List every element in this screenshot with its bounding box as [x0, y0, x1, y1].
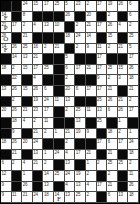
cell-r5c4[interactable]: 16: [33, 44, 44, 55]
cell-r1c9[interactable]: 2: [86, 1, 97, 12]
cell-r1c7[interactable]: 5: [65, 1, 76, 12]
cell-number: 13: [65, 160, 69, 165]
cell-r5c10[interactable]: 11: [97, 44, 108, 55]
cell-number: 23: [33, 107, 37, 112]
cell-r3c2[interactable]: 17: [12, 22, 23, 33]
black-cell-r17c2: [12, 171, 23, 182]
cell-r14c11[interactable]: 6: [107, 139, 118, 150]
cell-r12c4[interactable]: 2: [33, 118, 44, 129]
cell-r8c7[interactable]: 2: [65, 75, 76, 86]
cell-r2c11[interactable]: 2: [107, 12, 118, 23]
cell-number: 15: [23, 65, 27, 70]
cell-number: 6: [108, 139, 110, 144]
cell-number: 21: [33, 160, 37, 165]
cell-number: 21: [33, 129, 37, 134]
cell-number: 18: [65, 33, 69, 38]
black-cell-r3c7: [65, 22, 76, 33]
cell-r5c5[interactable]: 2: [43, 44, 54, 55]
cell-r4c9[interactable]: 14: [86, 33, 97, 44]
cell-number: 9: [97, 75, 99, 80]
cell-number: 2: [12, 65, 14, 70]
cell-number: 21: [12, 150, 16, 155]
cell-number: 26: [12, 86, 16, 91]
black-cell-r17c10: [97, 171, 108, 182]
cell-r1c6[interactable]: 25: [54, 1, 65, 12]
cell-r9c1[interactable]: 13: [1, 86, 12, 97]
cell-r15c2[interactable]: 21: [12, 150, 23, 161]
cell-r19c13[interactable]: 18: [128, 192, 139, 203]
cell-letter: O: [1, 36, 11, 43]
cell-r4c7[interactable]: 18: [65, 33, 76, 44]
cell-number: 16: [33, 44, 37, 49]
cell-r4c11[interactable]: 15: [107, 33, 118, 44]
black-cell-r2c12: [118, 12, 129, 23]
cell-r18c8[interactable]: 13: [75, 182, 86, 193]
cell-r11c10[interactable]: 13: [97, 107, 108, 118]
cell-r3c12[interactable]: 4: [118, 22, 129, 33]
cell-number: 2: [65, 107, 67, 112]
cell-number: 21: [118, 44, 122, 49]
cell-r8c11[interactable]: 2: [107, 75, 118, 86]
cell-number: 1: [86, 160, 88, 165]
cell-r16c9[interactable]: 1: [86, 160, 97, 171]
cell-r14c3[interactable]: 20: [22, 139, 33, 150]
cell-r12c2[interactable]: 18: [12, 118, 23, 129]
cell-r16c13[interactable]: 2: [128, 160, 139, 171]
cell-r6c13[interactable]: 17: [128, 54, 139, 65]
cell-r5c12[interactable]: 21: [118, 44, 129, 55]
cell-r13c11[interactable]: 18: [107, 129, 118, 140]
cell-r3c11[interactable]: 26: [107, 22, 118, 33]
cell-r11c12[interactable]: 26: [118, 107, 129, 118]
cell-number: 2: [118, 129, 120, 134]
cell-r18c5[interactable]: 13: [43, 182, 54, 193]
cell-r7c9[interactable]: 21: [86, 65, 97, 76]
cell-r10c7[interactable]: 13: [65, 97, 76, 108]
cell-r15c9[interactable]: 21: [86, 150, 97, 161]
cell-r5c2[interactable]: 26: [12, 44, 23, 55]
cell-r7c12[interactable]: 15: [118, 65, 129, 76]
cell-number: 4: [23, 160, 25, 165]
cell-r7c13[interactable]: 26: [128, 65, 139, 76]
cell-r11c5[interactable]: 17: [43, 107, 54, 118]
cell-r17c5[interactable]: 14: [43, 171, 54, 182]
cell-r1c11[interactable]: 19: [107, 1, 118, 12]
cell-number: 2: [44, 160, 46, 165]
cell-r16c2[interactable]: 2: [12, 160, 23, 171]
cell-r9c3[interactable]: 15: [22, 86, 33, 97]
cell-r11c4[interactable]: 23: [33, 107, 44, 118]
cell-number: 24: [33, 192, 37, 197]
black-cell-r16c6: [54, 160, 65, 171]
cell-r8c12[interactable]: 3: [118, 75, 129, 86]
black-cell-r15c10: [97, 150, 108, 161]
black-cell-r12c1: [1, 118, 12, 129]
black-cell-r2c6: [54, 12, 65, 23]
cell-number: 12: [2, 171, 6, 176]
cell-r12c5[interactable]: 11: [43, 118, 54, 129]
cell-r16c5[interactable]: 2: [43, 160, 54, 171]
cell-r6c2[interactable]: 14: [12, 54, 23, 65]
cell-r13c7[interactable]: 21: [65, 129, 76, 140]
cell-r7c3[interactable]: 15: [22, 65, 33, 76]
cell-r19c3[interactable]: 21: [22, 192, 33, 203]
cell-r9c9[interactable]: 17: [86, 86, 97, 97]
cell-number: 22: [12, 75, 16, 80]
cell-number: 19: [76, 171, 80, 176]
cell-r12c12[interactable]: 1: [118, 118, 129, 129]
cell-r12c8[interactable]: 13: [75, 118, 86, 129]
black-cell-r10c8: [75, 97, 86, 108]
cell-r9c4[interactable]: 26: [33, 86, 44, 97]
cell-number: 21: [55, 44, 59, 49]
cell-r19c8[interactable]: 25: [75, 192, 86, 203]
cell-r18c7[interactable]: 4: [65, 182, 76, 193]
cell-r3c4[interactable]: 4: [33, 22, 44, 33]
cell-r5c13[interactable]: 5: [128, 44, 139, 55]
cell-number: 13: [97, 107, 101, 112]
cell-r14c10[interactable]: 17: [97, 139, 108, 150]
cell-r15c5[interactable]: 1: [43, 150, 54, 161]
cell-number: 2: [108, 44, 110, 49]
cell-r16c3[interactable]: 4: [22, 160, 33, 171]
cell-r19c2[interactable]: 11: [12, 192, 23, 203]
cell-number: 1: [55, 129, 57, 134]
cell-r5c3[interactable]: 25: [22, 44, 33, 55]
cell-r16c10[interactable]: 2: [97, 160, 108, 171]
cell-r7c5[interactable]: 25: [43, 65, 54, 76]
black-cell-r8c1: [1, 75, 12, 86]
cell-number: 6: [2, 160, 4, 165]
cell-number: 6: [65, 65, 67, 70]
cell-r10c2[interactable]: 2: [12, 97, 23, 108]
cell-r7c10[interactable]: 17: [97, 65, 108, 76]
cell-r1c8[interactable]: 23: [75, 1, 86, 12]
cell-r15c11[interactable]: 21: [107, 150, 118, 161]
cell-r7c4[interactable]: 17: [33, 65, 44, 76]
cell-r19c11[interactable]: 6: [107, 192, 118, 203]
cell-number: 1: [23, 171, 25, 176]
cell-r5c1[interactable]: 14F: [1, 44, 12, 55]
cell-r3c6[interactable]: 10: [54, 22, 65, 33]
black-cell-r2c4: [33, 12, 44, 23]
cell-r15c8[interactable]: 17: [75, 150, 86, 161]
black-cell-r6c5: [43, 54, 54, 65]
cell-r10c11[interactable]: 26: [107, 97, 118, 108]
cell-number: 9: [2, 182, 4, 187]
cell-number: 21: [33, 54, 37, 59]
cell-r13c6[interactable]: 1: [54, 129, 65, 140]
cell-r5c6[interactable]: 21: [54, 44, 65, 55]
cell-r16c4[interactable]: 21: [33, 160, 44, 171]
cell-r11c2[interactable]: 26: [12, 107, 23, 118]
cell-number: 11: [55, 97, 59, 102]
cell-r16c11[interactable]: 25: [107, 160, 118, 171]
black-cell-r18c2: [12, 182, 23, 193]
cell-r17c1[interactable]: 12: [1, 171, 12, 182]
cell-r10c6[interactable]: 11: [54, 97, 65, 108]
cell-number: 10: [55, 22, 59, 27]
cell-r13c5[interactable]: 2: [43, 129, 54, 140]
cell-number: 26: [118, 107, 122, 112]
cell-number: 17: [44, 107, 48, 112]
cell-r18c10[interactable]: 17: [97, 182, 108, 193]
black-cell-r7c6: [54, 65, 65, 76]
cell-r13c9[interactable]: 9: [86, 129, 97, 140]
cell-r14c7[interactable]: 2: [65, 139, 76, 150]
cell-r14c12[interactable]: 17: [118, 139, 129, 150]
cell-number: 24: [65, 171, 69, 176]
cell-number: 19: [76, 129, 80, 134]
cell-number: 17: [97, 65, 101, 70]
black-cell-r10c1: [1, 97, 12, 108]
cell-r1c12[interactable]: 26: [118, 1, 129, 12]
cell-number: 13: [44, 182, 48, 187]
cell-r18c13[interactable]: 26: [128, 182, 139, 193]
cell-r3c9[interactable]: 21: [86, 22, 97, 33]
black-cell-r4c10: [97, 33, 108, 44]
cell-number: 13: [2, 86, 6, 91]
cell-number: 9: [2, 192, 4, 197]
cell-number: 2: [86, 171, 88, 176]
cell-r19c7[interactable]: 13: [65, 192, 76, 203]
cell-number: 26: [12, 107, 16, 112]
cell-r8c13[interactable]: 18: [128, 75, 139, 86]
black-cell-r4c4: [33, 33, 44, 44]
cell-r13c8[interactable]: 19: [75, 129, 86, 140]
cell-number: 19: [33, 97, 37, 102]
cell-r10c10[interactable]: 25: [97, 97, 108, 108]
cell-r3c5[interactable]: 13: [43, 22, 54, 33]
cell-r17c9[interactable]: 2: [86, 171, 97, 182]
cell-r16c12[interactable]: 25: [118, 160, 129, 171]
cell-number: 25: [44, 65, 48, 70]
cell-r3c13[interactable]: 2: [128, 22, 139, 33]
black-cell-r6c11: [107, 54, 118, 65]
cell-number: 26: [108, 22, 112, 27]
cell-letter: F: [54, 196, 64, 203]
cell-number: 17: [97, 182, 101, 187]
black-cell-r13c10: [97, 129, 108, 140]
cell-number: 9: [86, 129, 88, 134]
cell-r6c7[interactable]: 5: [65, 54, 76, 65]
cell-r14c13[interactable]: 24: [128, 139, 139, 150]
cell-r9c7[interactable]: 20: [65, 86, 76, 97]
cell-r5c11[interactable]: 2: [107, 44, 118, 55]
cell-r18c9[interactable]: 4: [86, 182, 97, 193]
cell-r14c4[interactable]: 24: [33, 139, 44, 150]
cell-number: 21: [108, 150, 112, 155]
black-cell-r12c11: [107, 118, 118, 129]
cell-r11c11[interactable]: 6: [107, 107, 118, 118]
cell-number: 9: [86, 44, 88, 49]
cell-r4c8[interactable]: 24: [75, 33, 86, 44]
cell-number: 2: [44, 129, 46, 134]
cell-r3c10[interactable]: 17: [97, 22, 108, 33]
cell-r3c1[interactable]: 21P: [1, 22, 12, 33]
cell-r19c1[interactable]: 9: [1, 192, 12, 203]
cell-number: 26: [12, 44, 16, 49]
black-cell-r2c5: [43, 12, 54, 23]
cell-r15c13[interactable]: 18: [128, 150, 139, 161]
cell-number: 24: [129, 139, 133, 144]
cell-r8c2[interactable]: 22: [12, 75, 23, 86]
cell-number: 4: [33, 75, 35, 80]
cell-r17c7[interactable]: 24: [65, 171, 76, 182]
cell-r2c1[interactable]: 14F: [1, 12, 12, 23]
cell-r10c13[interactable]: 2: [128, 97, 139, 108]
cell-number: 2: [108, 171, 110, 176]
cell-r13c4[interactable]: 21: [33, 129, 44, 140]
cell-number: 13: [23, 54, 27, 59]
cell-r17c8[interactable]: 19: [75, 171, 86, 182]
cell-number: 15: [33, 1, 37, 6]
cell-r18c1[interactable]: 9: [1, 182, 12, 193]
cell-r4c3[interactable]: 21: [22, 33, 33, 44]
cell-r8c4[interactable]: 4: [33, 75, 44, 86]
cell-r13c2[interactable]: 9: [12, 129, 23, 140]
cell-r7c8[interactable]: 17: [75, 65, 86, 76]
cell-number: 6: [108, 107, 110, 112]
cell-number: 1: [44, 150, 46, 155]
cell-number: 11: [44, 118, 48, 123]
cell-r9c13[interactable]: 21: [128, 86, 139, 97]
black-cell-r12c6: [54, 118, 65, 129]
cell-r19c12[interactable]: 13: [118, 192, 129, 203]
cell-r1c4[interactable]: 15: [33, 1, 44, 12]
cell-r13c13[interactable]: 1: [128, 129, 139, 140]
cell-r9c10[interactable]: 17: [97, 86, 108, 97]
black-cell-r4c6: [54, 33, 65, 44]
cell-number: 18: [129, 75, 133, 80]
cell-r1c3[interactable]: 24: [22, 1, 33, 12]
cell-r6c3[interactable]: 13: [22, 54, 33, 65]
cell-number: 2: [108, 12, 110, 17]
codeword-grid: 241517255232171926614F826202621P17241310…: [0, 0, 140, 204]
cell-r14c1[interactable]: 18: [1, 139, 12, 150]
cell-number: 21: [108, 86, 112, 91]
cell-r2c13[interactable]: 6: [128, 12, 139, 23]
cell-r4c13[interactable]: 25: [128, 33, 139, 44]
cell-r4c1[interactable]: 26O: [1, 33, 12, 44]
black-cell-r17c12: [118, 171, 129, 182]
black-cell-r10c9: [86, 97, 97, 108]
black-cell-r12c13: [128, 118, 139, 129]
cell-r11c8[interactable]: 25: [75, 107, 86, 118]
cell-r10c12[interactable]: 21: [118, 97, 129, 108]
cell-r11c7[interactable]: 2: [65, 107, 76, 118]
cell-r9c2[interactable]: 26: [12, 86, 23, 97]
cell-r9c5[interactable]: 6: [43, 86, 54, 97]
black-cell-r18c6: [54, 182, 65, 193]
cell-number: 25: [118, 160, 122, 165]
cell-r18c3[interactable]: 26: [22, 182, 33, 193]
cell-r6c4[interactable]: 21: [33, 54, 44, 65]
cell-r1c13[interactable]: 6: [128, 1, 139, 12]
cell-r12c10[interactable]: 25: [97, 118, 108, 129]
cell-r9c11[interactable]: 21: [107, 86, 118, 97]
black-cell-r15c1: [1, 150, 12, 161]
cell-r18c11[interactable]: 21: [107, 182, 118, 193]
cell-r17c6[interactable]: 25: [54, 171, 65, 182]
cell-r7c2[interactable]: 2: [12, 65, 23, 76]
cell-r3c8[interactable]: 2: [75, 22, 86, 33]
cell-number: 4: [23, 118, 25, 123]
cell-r10c5[interactable]: 24: [43, 97, 54, 108]
cell-number: 17: [97, 86, 101, 91]
cell-r11c3[interactable]: 21: [22, 107, 33, 118]
cell-r6c10[interactable]: 17: [97, 54, 108, 65]
cell-r3c3[interactable]: 2: [22, 22, 33, 33]
cell-r17c3[interactable]: 1: [22, 171, 33, 182]
cell-r9c8[interactable]: 6: [75, 86, 86, 97]
cell-r11c1[interactable]: 20: [1, 107, 12, 118]
cell-number: 13: [44, 22, 48, 27]
black-cell-r15c3: [22, 150, 33, 161]
cell-number: 4: [86, 182, 88, 187]
cell-letter: F: [1, 15, 11, 22]
cell-r15c6[interactable]: 24: [54, 150, 65, 161]
cell-r10c4[interactable]: 19: [33, 97, 44, 108]
cell-number: 21: [23, 107, 27, 112]
cell-r1c5[interactable]: 17: [43, 1, 54, 12]
cell-r19c6[interactable]: 14F: [54, 192, 65, 203]
cell-r16c7[interactable]: 13: [65, 160, 76, 171]
black-cell-r19c10: [97, 192, 108, 203]
black-cell-r8c9: [86, 75, 97, 86]
cell-r13c12[interactable]: 2: [118, 129, 129, 140]
cell-r7c7[interactable]: 6: [65, 65, 76, 76]
cell-number: 11: [97, 44, 101, 49]
cell-r15c7[interactable]: 4: [65, 150, 76, 161]
cell-r19c5[interactable]: 18: [43, 192, 54, 203]
cell-r12c3[interactable]: 4: [22, 118, 33, 129]
cell-r14c2[interactable]: 26: [12, 139, 23, 150]
cell-r5c9[interactable]: 9: [86, 44, 97, 55]
cell-r11c9[interactable]: 11: [86, 107, 97, 118]
cell-number: 6: [44, 86, 46, 91]
black-cell-r2c2: [12, 12, 23, 23]
cell-number: 25: [108, 160, 112, 165]
cell-r2c3[interactable]: 8: [22, 12, 33, 23]
cell-r7c11[interactable]: 25: [107, 65, 118, 76]
cell-r1c10[interactable]: 17: [97, 1, 108, 12]
cell-r16c1[interactable]: 6: [1, 160, 12, 171]
cell-r17c11[interactable]: 2: [107, 171, 118, 182]
cell-r19c9[interactable]: 2: [86, 192, 97, 203]
black-cell-r14c5: [43, 139, 54, 150]
black-cell-r5c7: [65, 44, 76, 55]
cell-r15c4[interactable]: 13: [33, 150, 44, 161]
cell-r2c7[interactable]: 26: [65, 12, 76, 23]
cell-r11c13[interactable]: 17: [128, 107, 139, 118]
cell-r5c8[interactable]: 2: [75, 44, 86, 55]
black-cell-r6c8: [75, 54, 86, 65]
cell-r19c4[interactable]: 24: [33, 192, 44, 203]
cell-number: 26: [108, 97, 112, 102]
cell-letter: P: [1, 25, 11, 32]
cell-number: 18: [108, 129, 112, 134]
black-cell-r16c8: [75, 160, 86, 171]
cell-number: 25: [23, 44, 27, 49]
cell-number: 9: [12, 129, 14, 134]
black-cell-r17c4: [33, 171, 44, 182]
cell-r2c9[interactable]: 20: [86, 12, 97, 23]
cell-r7c1[interactable]: 18: [1, 65, 12, 76]
cell-r17c13[interactable]: 11: [128, 171, 139, 182]
cell-r8c10[interactable]: 9: [97, 75, 108, 86]
black-cell-r1c2: [12, 1, 23, 12]
